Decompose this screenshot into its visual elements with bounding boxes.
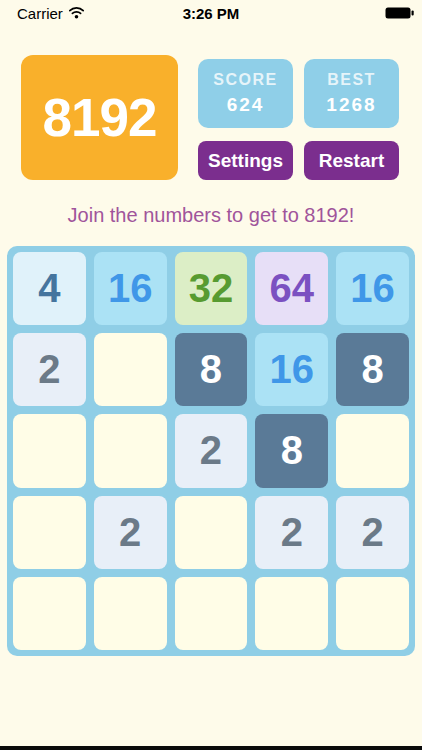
empty-cell bbox=[255, 577, 328, 650]
battery-icon bbox=[385, 5, 414, 22]
empty-cell bbox=[13, 496, 86, 569]
app-logo-text: 8192 bbox=[43, 87, 157, 148]
tile-4: 4 bbox=[13, 252, 86, 325]
empty-cell bbox=[175, 577, 248, 650]
empty-cell bbox=[94, 577, 167, 650]
tile-2: 2 bbox=[175, 414, 248, 487]
tile-32: 32 bbox=[175, 252, 248, 325]
empty-cell bbox=[94, 414, 167, 487]
empty-cell bbox=[336, 414, 409, 487]
tile-2: 2 bbox=[336, 496, 409, 569]
restart-button[interactable]: Restart bbox=[304, 141, 399, 180]
score-box: SCORE 624 bbox=[198, 59, 293, 128]
best-value: 1268 bbox=[326, 94, 376, 116]
empty-cell bbox=[94, 333, 167, 406]
empty-cell bbox=[13, 414, 86, 487]
empty-cell bbox=[175, 496, 248, 569]
best-box: BEST 1268 bbox=[304, 59, 399, 128]
empty-cell bbox=[336, 577, 409, 650]
screen-bottom-edge bbox=[0, 746, 422, 750]
settings-button[interactable]: Settings bbox=[198, 141, 293, 180]
tile-16: 16 bbox=[255, 333, 328, 406]
score-value: 624 bbox=[227, 94, 265, 116]
tile-8: 8 bbox=[175, 333, 248, 406]
tile-2: 2 bbox=[13, 333, 86, 406]
tile-8: 8 bbox=[255, 414, 328, 487]
carrier-label: Carrier bbox=[17, 5, 63, 22]
status-bar: 3:26 PM Carrier bbox=[0, 0, 422, 26]
tile-16: 16 bbox=[336, 252, 409, 325]
empty-cell bbox=[13, 577, 86, 650]
tile-64: 64 bbox=[255, 252, 328, 325]
best-label: BEST bbox=[327, 71, 376, 89]
board[interactable]: 4163264162816828222 bbox=[7, 246, 415, 656]
tile-2: 2 bbox=[94, 496, 167, 569]
tile-8: 8 bbox=[336, 333, 409, 406]
tile-2: 2 bbox=[255, 496, 328, 569]
wifi-icon bbox=[68, 5, 85, 22]
score-label: SCORE bbox=[213, 71, 277, 89]
tile-16: 16 bbox=[94, 252, 167, 325]
app-logo-tile: 8192 bbox=[21, 55, 178, 180]
tagline: Join the numbers to get to 8192! bbox=[0, 204, 422, 227]
